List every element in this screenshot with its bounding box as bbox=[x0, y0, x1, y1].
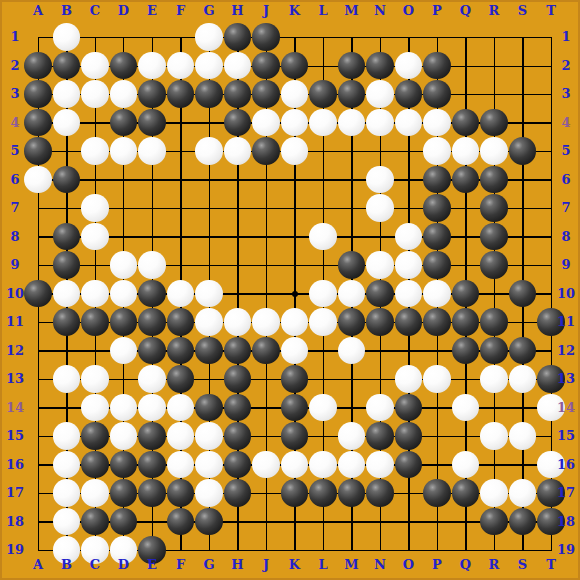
intersection-k10[interactable] bbox=[280, 279, 309, 308]
intersection-a14[interactable] bbox=[24, 393, 53, 422]
intersection-f2[interactable] bbox=[166, 51, 195, 80]
intersection-r12[interactable] bbox=[480, 336, 509, 365]
intersection-s15[interactable] bbox=[508, 422, 537, 451]
intersection-f1[interactable] bbox=[166, 23, 195, 52]
intersection-n10[interactable] bbox=[366, 279, 395, 308]
intersection-b7[interactable] bbox=[52, 194, 81, 223]
intersection-r10[interactable] bbox=[480, 279, 509, 308]
intersection-d10[interactable] bbox=[109, 279, 138, 308]
intersection-g10[interactable] bbox=[195, 279, 224, 308]
intersection-q17[interactable] bbox=[451, 479, 480, 508]
intersection-d4[interactable] bbox=[109, 108, 138, 137]
intersection-h14[interactable] bbox=[223, 393, 252, 422]
intersection-e4[interactable] bbox=[138, 108, 167, 137]
intersection-l17[interactable] bbox=[309, 479, 338, 508]
intersection-h13[interactable] bbox=[223, 365, 252, 394]
intersection-s2[interactable] bbox=[508, 51, 537, 80]
intersection-n8[interactable] bbox=[366, 222, 395, 251]
intersection-j1[interactable] bbox=[252, 23, 281, 52]
intersection-n3[interactable] bbox=[366, 80, 395, 109]
intersection-b17[interactable] bbox=[52, 479, 81, 508]
intersection-s14[interactable] bbox=[508, 393, 537, 422]
intersection-c10[interactable] bbox=[81, 279, 110, 308]
intersection-k6[interactable] bbox=[280, 165, 309, 194]
intersection-k17[interactable] bbox=[280, 479, 309, 508]
intersection-k4[interactable] bbox=[280, 108, 309, 137]
intersection-o3[interactable] bbox=[394, 80, 423, 109]
intersection-p4[interactable] bbox=[423, 108, 452, 137]
intersection-h4[interactable] bbox=[223, 108, 252, 137]
intersection-b2[interactable] bbox=[52, 51, 81, 80]
intersection-g9[interactable] bbox=[195, 251, 224, 280]
intersection-h3[interactable] bbox=[223, 80, 252, 109]
intersection-d2[interactable] bbox=[109, 51, 138, 80]
intersection-m5[interactable] bbox=[337, 137, 366, 166]
intersection-q7[interactable] bbox=[451, 194, 480, 223]
intersection-m7[interactable] bbox=[337, 194, 366, 223]
intersection-q8[interactable] bbox=[451, 222, 480, 251]
intersection-c18[interactable] bbox=[81, 507, 110, 536]
intersection-h15[interactable] bbox=[223, 422, 252, 451]
intersection-q2[interactable] bbox=[451, 51, 480, 80]
intersection-k9[interactable] bbox=[280, 251, 309, 280]
intersection-j18[interactable] bbox=[252, 507, 281, 536]
intersection-q18[interactable] bbox=[451, 507, 480, 536]
intersection-p12[interactable] bbox=[423, 336, 452, 365]
intersection-l3[interactable] bbox=[309, 80, 338, 109]
intersection-h5[interactable] bbox=[223, 137, 252, 166]
intersection-l6[interactable] bbox=[309, 165, 338, 194]
intersection-r16[interactable] bbox=[480, 450, 509, 479]
intersection-c12[interactable] bbox=[81, 336, 110, 365]
intersection-a13[interactable] bbox=[24, 365, 53, 394]
intersection-d18[interactable] bbox=[109, 507, 138, 536]
intersection-r8[interactable] bbox=[480, 222, 509, 251]
intersection-r18[interactable] bbox=[480, 507, 509, 536]
intersection-e11[interactable] bbox=[138, 308, 167, 337]
intersection-m3[interactable] bbox=[337, 80, 366, 109]
intersection-l18[interactable] bbox=[309, 507, 338, 536]
intersection-a17[interactable] bbox=[24, 479, 53, 508]
intersection-b15[interactable] bbox=[52, 422, 81, 451]
intersection-a8[interactable] bbox=[24, 222, 53, 251]
intersection-k5[interactable] bbox=[280, 137, 309, 166]
intersection-c3[interactable] bbox=[81, 80, 110, 109]
intersection-m4[interactable] bbox=[337, 108, 366, 137]
intersection-g5[interactable] bbox=[195, 137, 224, 166]
intersection-d11[interactable] bbox=[109, 308, 138, 337]
intersection-n4[interactable] bbox=[366, 108, 395, 137]
intersection-q1[interactable] bbox=[451, 23, 480, 52]
intersection-q14[interactable] bbox=[451, 393, 480, 422]
intersection-e17[interactable] bbox=[138, 479, 167, 508]
intersection-o12[interactable] bbox=[394, 336, 423, 365]
intersection-r15[interactable] bbox=[480, 422, 509, 451]
intersection-o10[interactable] bbox=[394, 279, 423, 308]
intersection-a1[interactable] bbox=[24, 23, 53, 52]
intersection-e10[interactable] bbox=[138, 279, 167, 308]
intersection-a6[interactable] bbox=[24, 165, 53, 194]
intersection-d5[interactable] bbox=[109, 137, 138, 166]
intersection-b12[interactable] bbox=[52, 336, 81, 365]
intersection-f10[interactable] bbox=[166, 279, 195, 308]
intersection-f14[interactable] bbox=[166, 393, 195, 422]
intersection-f9[interactable] bbox=[166, 251, 195, 280]
intersection-n18[interactable] bbox=[366, 507, 395, 536]
intersection-m16[interactable] bbox=[337, 450, 366, 479]
intersection-m2[interactable] bbox=[337, 51, 366, 80]
intersection-j4[interactable] bbox=[252, 108, 281, 137]
intersection-f4[interactable] bbox=[166, 108, 195, 137]
intersection-q3[interactable] bbox=[451, 80, 480, 109]
intersection-r14[interactable] bbox=[480, 393, 509, 422]
intersection-m17[interactable] bbox=[337, 479, 366, 508]
intersection-k1[interactable] bbox=[280, 23, 309, 52]
intersection-n16[interactable] bbox=[366, 450, 395, 479]
intersection-q11[interactable] bbox=[451, 308, 480, 337]
intersection-q16[interactable] bbox=[451, 450, 480, 479]
intersection-g16[interactable] bbox=[195, 450, 224, 479]
intersection-g2[interactable] bbox=[195, 51, 224, 80]
intersection-a4[interactable] bbox=[24, 108, 53, 137]
intersection-h12[interactable] bbox=[223, 336, 252, 365]
intersection-k18[interactable] bbox=[280, 507, 309, 536]
intersection-g13[interactable] bbox=[195, 365, 224, 394]
intersection-q13[interactable] bbox=[451, 365, 480, 394]
intersection-b9[interactable] bbox=[52, 251, 81, 280]
intersection-q10[interactable] bbox=[451, 279, 480, 308]
intersection-k3[interactable] bbox=[280, 80, 309, 109]
intersection-k7[interactable] bbox=[280, 194, 309, 223]
intersection-l8[interactable] bbox=[309, 222, 338, 251]
intersection-r7[interactable] bbox=[480, 194, 509, 223]
intersection-r1[interactable] bbox=[480, 23, 509, 52]
intersection-f11[interactable] bbox=[166, 308, 195, 337]
intersection-l5[interactable] bbox=[309, 137, 338, 166]
intersection-o6[interactable] bbox=[394, 165, 423, 194]
intersection-c11[interactable] bbox=[81, 308, 110, 337]
intersection-e3[interactable] bbox=[138, 80, 167, 109]
intersection-c5[interactable] bbox=[81, 137, 110, 166]
intersection-f8[interactable] bbox=[166, 222, 195, 251]
intersection-m12[interactable] bbox=[337, 336, 366, 365]
intersection-e7[interactable] bbox=[138, 194, 167, 223]
intersection-r4[interactable] bbox=[480, 108, 509, 137]
intersection-d17[interactable] bbox=[109, 479, 138, 508]
intersection-d14[interactable] bbox=[109, 393, 138, 422]
intersection-p3[interactable] bbox=[423, 80, 452, 109]
intersection-p13[interactable] bbox=[423, 365, 452, 394]
intersection-j12[interactable] bbox=[252, 336, 281, 365]
intersection-r11[interactable] bbox=[480, 308, 509, 337]
intersection-e12[interactable] bbox=[138, 336, 167, 365]
intersection-n6[interactable] bbox=[366, 165, 395, 194]
intersection-e14[interactable] bbox=[138, 393, 167, 422]
intersection-l12[interactable] bbox=[309, 336, 338, 365]
intersection-r3[interactable] bbox=[480, 80, 509, 109]
intersection-p9[interactable] bbox=[423, 251, 452, 280]
intersection-b14[interactable] bbox=[52, 393, 81, 422]
intersection-b16[interactable] bbox=[52, 450, 81, 479]
intersection-b8[interactable] bbox=[52, 222, 81, 251]
intersection-m14[interactable] bbox=[337, 393, 366, 422]
intersection-m8[interactable] bbox=[337, 222, 366, 251]
intersection-l14[interactable] bbox=[309, 393, 338, 422]
intersection-n15[interactable] bbox=[366, 422, 395, 451]
intersection-p5[interactable] bbox=[423, 137, 452, 166]
intersection-s10[interactable] bbox=[508, 279, 537, 308]
intersection-p1[interactable] bbox=[423, 23, 452, 52]
intersection-n2[interactable] bbox=[366, 51, 395, 80]
intersection-k14[interactable] bbox=[280, 393, 309, 422]
intersection-c9[interactable] bbox=[81, 251, 110, 280]
intersection-g8[interactable] bbox=[195, 222, 224, 251]
intersection-b13[interactable] bbox=[52, 365, 81, 394]
intersection-s12[interactable] bbox=[508, 336, 537, 365]
intersection-j3[interactable] bbox=[252, 80, 281, 109]
intersection-g12[interactable] bbox=[195, 336, 224, 365]
intersection-q6[interactable] bbox=[451, 165, 480, 194]
intersection-c2[interactable] bbox=[81, 51, 110, 80]
intersection-p10[interactable] bbox=[423, 279, 452, 308]
intersection-r13[interactable] bbox=[480, 365, 509, 394]
intersection-g18[interactable] bbox=[195, 507, 224, 536]
intersection-c1[interactable] bbox=[81, 23, 110, 52]
intersection-o14[interactable] bbox=[394, 393, 423, 422]
intersection-g1[interactable] bbox=[195, 23, 224, 52]
intersection-f13[interactable] bbox=[166, 365, 195, 394]
intersection-d15[interactable] bbox=[109, 422, 138, 451]
intersection-l10[interactable] bbox=[309, 279, 338, 308]
intersection-n9[interactable] bbox=[366, 251, 395, 280]
intersection-p16[interactable] bbox=[423, 450, 452, 479]
intersection-p14[interactable] bbox=[423, 393, 452, 422]
intersection-f17[interactable] bbox=[166, 479, 195, 508]
intersection-n14[interactable] bbox=[366, 393, 395, 422]
intersection-s3[interactable] bbox=[508, 80, 537, 109]
intersection-o4[interactable] bbox=[394, 108, 423, 137]
intersection-c15[interactable] bbox=[81, 422, 110, 451]
intersection-b18[interactable] bbox=[52, 507, 81, 536]
intersection-l2[interactable] bbox=[309, 51, 338, 80]
intersection-b6[interactable] bbox=[52, 165, 81, 194]
intersection-b3[interactable] bbox=[52, 80, 81, 109]
intersection-q12[interactable] bbox=[451, 336, 480, 365]
intersection-l1[interactable] bbox=[309, 23, 338, 52]
intersection-r17[interactable] bbox=[480, 479, 509, 508]
intersection-q5[interactable] bbox=[451, 137, 480, 166]
intersection-k2[interactable] bbox=[280, 51, 309, 80]
intersection-o7[interactable] bbox=[394, 194, 423, 223]
intersection-a11[interactable] bbox=[24, 308, 53, 337]
intersection-s5[interactable] bbox=[508, 137, 537, 166]
intersection-a15[interactable] bbox=[24, 422, 53, 451]
intersection-j15[interactable] bbox=[252, 422, 281, 451]
intersection-o9[interactable] bbox=[394, 251, 423, 280]
intersection-p6[interactable] bbox=[423, 165, 452, 194]
intersection-d3[interactable] bbox=[109, 80, 138, 109]
intersection-n12[interactable] bbox=[366, 336, 395, 365]
intersection-h2[interactable] bbox=[223, 51, 252, 80]
intersection-a16[interactable] bbox=[24, 450, 53, 479]
intersection-f6[interactable] bbox=[166, 165, 195, 194]
intersection-o8[interactable] bbox=[394, 222, 423, 251]
intersection-p8[interactable] bbox=[423, 222, 452, 251]
intersection-p15[interactable] bbox=[423, 422, 452, 451]
intersection-s13[interactable] bbox=[508, 365, 537, 394]
intersection-q4[interactable] bbox=[451, 108, 480, 137]
intersection-c17[interactable] bbox=[81, 479, 110, 508]
intersection-s18[interactable] bbox=[508, 507, 537, 536]
intersection-e18[interactable] bbox=[138, 507, 167, 536]
intersection-c7[interactable] bbox=[81, 194, 110, 223]
intersection-h6[interactable] bbox=[223, 165, 252, 194]
intersection-j6[interactable] bbox=[252, 165, 281, 194]
intersection-k11[interactable] bbox=[280, 308, 309, 337]
intersection-b4[interactable] bbox=[52, 108, 81, 137]
intersection-q9[interactable] bbox=[451, 251, 480, 280]
intersection-b5[interactable] bbox=[52, 137, 81, 166]
intersection-r6[interactable] bbox=[480, 165, 509, 194]
intersection-j2[interactable] bbox=[252, 51, 281, 80]
intersection-j14[interactable] bbox=[252, 393, 281, 422]
intersection-g3[interactable] bbox=[195, 80, 224, 109]
intersection-o16[interactable] bbox=[394, 450, 423, 479]
intersection-g6[interactable] bbox=[195, 165, 224, 194]
intersection-h8[interactable] bbox=[223, 222, 252, 251]
intersection-s17[interactable] bbox=[508, 479, 537, 508]
intersection-d13[interactable] bbox=[109, 365, 138, 394]
intersection-r2[interactable] bbox=[480, 51, 509, 80]
intersection-l4[interactable] bbox=[309, 108, 338, 137]
intersection-k8[interactable] bbox=[280, 222, 309, 251]
intersection-n13[interactable] bbox=[366, 365, 395, 394]
intersection-l13[interactable] bbox=[309, 365, 338, 394]
intersection-h18[interactable] bbox=[223, 507, 252, 536]
intersection-n7[interactable] bbox=[366, 194, 395, 223]
intersection-b1[interactable] bbox=[52, 23, 81, 52]
intersection-e6[interactable] bbox=[138, 165, 167, 194]
intersection-d16[interactable] bbox=[109, 450, 138, 479]
intersection-p2[interactable] bbox=[423, 51, 452, 80]
intersection-e2[interactable] bbox=[138, 51, 167, 80]
intersection-f12[interactable] bbox=[166, 336, 195, 365]
intersection-m10[interactable] bbox=[337, 279, 366, 308]
intersection-g15[interactable] bbox=[195, 422, 224, 451]
intersection-n5[interactable] bbox=[366, 137, 395, 166]
intersection-m11[interactable] bbox=[337, 308, 366, 337]
intersection-a5[interactable] bbox=[24, 137, 53, 166]
intersection-d1[interactable] bbox=[109, 23, 138, 52]
intersection-e9[interactable] bbox=[138, 251, 167, 280]
intersection-g7[interactable] bbox=[195, 194, 224, 223]
intersection-p18[interactable] bbox=[423, 507, 452, 536]
intersection-d12[interactable] bbox=[109, 336, 138, 365]
intersection-s7[interactable] bbox=[508, 194, 537, 223]
intersection-j13[interactable] bbox=[252, 365, 281, 394]
intersection-k13[interactable] bbox=[280, 365, 309, 394]
intersection-m9[interactable] bbox=[337, 251, 366, 280]
intersection-j9[interactable] bbox=[252, 251, 281, 280]
intersection-p7[interactable] bbox=[423, 194, 452, 223]
intersection-s4[interactable] bbox=[508, 108, 537, 137]
intersection-k12[interactable] bbox=[280, 336, 309, 365]
intersection-l9[interactable] bbox=[309, 251, 338, 280]
intersection-n11[interactable] bbox=[366, 308, 395, 337]
intersection-j5[interactable] bbox=[252, 137, 281, 166]
intersection-d9[interactable] bbox=[109, 251, 138, 280]
intersection-e8[interactable] bbox=[138, 222, 167, 251]
intersection-j11[interactable] bbox=[252, 308, 281, 337]
intersection-f16[interactable] bbox=[166, 450, 195, 479]
intersection-a2[interactable] bbox=[24, 51, 53, 80]
intersection-h11[interactable] bbox=[223, 308, 252, 337]
intersection-d8[interactable] bbox=[109, 222, 138, 251]
intersection-m6[interactable] bbox=[337, 165, 366, 194]
intersection-j16[interactable] bbox=[252, 450, 281, 479]
intersection-p11[interactable] bbox=[423, 308, 452, 337]
intersection-e1[interactable] bbox=[138, 23, 167, 52]
intersection-h9[interactable] bbox=[223, 251, 252, 280]
intersection-f18[interactable] bbox=[166, 507, 195, 536]
intersection-k16[interactable] bbox=[280, 450, 309, 479]
intersection-r9[interactable] bbox=[480, 251, 509, 280]
intersection-o15[interactable] bbox=[394, 422, 423, 451]
intersection-s1[interactable] bbox=[508, 23, 537, 52]
intersection-o13[interactable] bbox=[394, 365, 423, 394]
intersection-l11[interactable] bbox=[309, 308, 338, 337]
intersection-h1[interactable] bbox=[223, 23, 252, 52]
intersection-o17[interactable] bbox=[394, 479, 423, 508]
intersection-g4[interactable] bbox=[195, 108, 224, 137]
intersection-a7[interactable] bbox=[24, 194, 53, 223]
intersection-l7[interactable] bbox=[309, 194, 338, 223]
intersection-s6[interactable] bbox=[508, 165, 537, 194]
intersection-o18[interactable] bbox=[394, 507, 423, 536]
intersection-s16[interactable] bbox=[508, 450, 537, 479]
intersection-m1[interactable] bbox=[337, 23, 366, 52]
intersection-o11[interactable] bbox=[394, 308, 423, 337]
intersection-c14[interactable] bbox=[81, 393, 110, 422]
intersection-o5[interactable] bbox=[394, 137, 423, 166]
intersection-e16[interactable] bbox=[138, 450, 167, 479]
intersection-q15[interactable] bbox=[451, 422, 480, 451]
intersection-s9[interactable] bbox=[508, 251, 537, 280]
intersection-b10[interactable] bbox=[52, 279, 81, 308]
intersection-g17[interactable] bbox=[195, 479, 224, 508]
intersection-a18[interactable] bbox=[24, 507, 53, 536]
intersection-m15[interactable] bbox=[337, 422, 366, 451]
intersection-h10[interactable] bbox=[223, 279, 252, 308]
intersection-h7[interactable] bbox=[223, 194, 252, 223]
intersection-n1[interactable] bbox=[366, 23, 395, 52]
intersection-e13[interactable] bbox=[138, 365, 167, 394]
intersection-j8[interactable] bbox=[252, 222, 281, 251]
intersection-a10[interactable] bbox=[24, 279, 53, 308]
intersection-a3[interactable] bbox=[24, 80, 53, 109]
intersection-a12[interactable] bbox=[24, 336, 53, 365]
intersection-m13[interactable] bbox=[337, 365, 366, 394]
intersection-e5[interactable] bbox=[138, 137, 167, 166]
intersection-d6[interactable] bbox=[109, 165, 138, 194]
intersection-c13[interactable] bbox=[81, 365, 110, 394]
intersection-k15[interactable] bbox=[280, 422, 309, 451]
intersection-f3[interactable] bbox=[166, 80, 195, 109]
intersection-b11[interactable] bbox=[52, 308, 81, 337]
intersection-m18[interactable] bbox=[337, 507, 366, 536]
intersection-s11[interactable] bbox=[508, 308, 537, 337]
intersection-n17[interactable] bbox=[366, 479, 395, 508]
